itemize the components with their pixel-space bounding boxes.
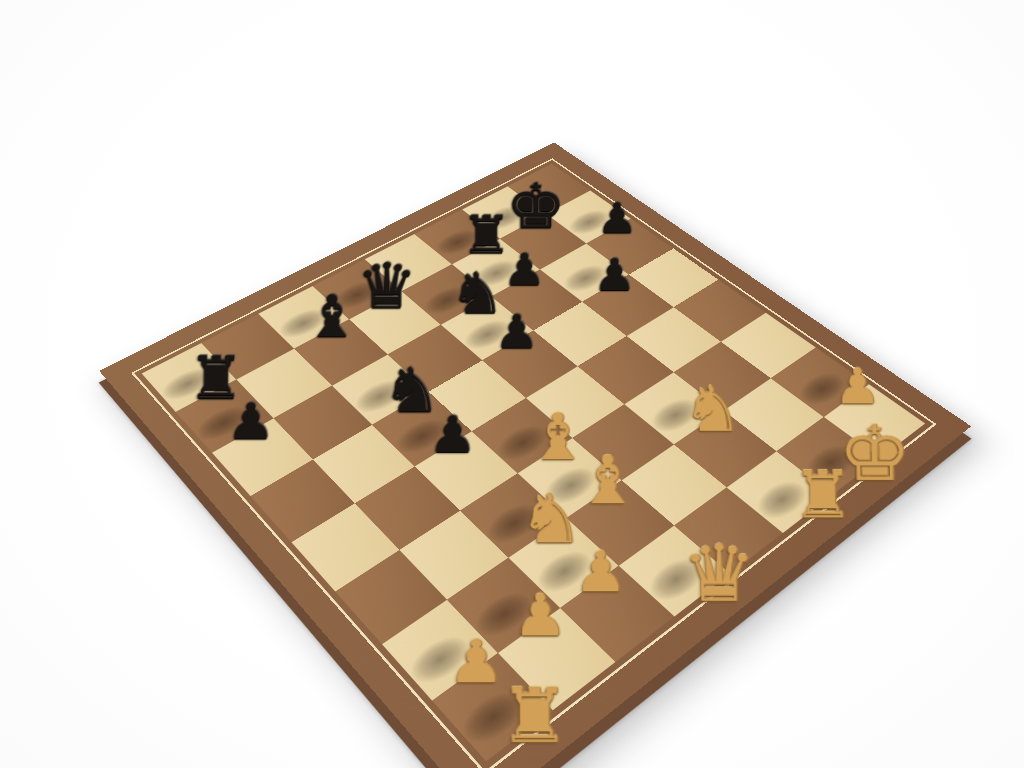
board-frame: ♜♝♛♜♚♟♞♟♟♞♟♟♟♝♞♝♞♟♟♟♟♜♛♜♚ [99,142,971,768]
piece-black-knight-c6[interactable]: ♞ [332,355,429,425]
rook-glyph: ♜ [792,463,854,528]
bishop-glyph: ♝ [576,447,639,513]
square-a8[interactable]: ♜ [142,343,237,412]
board-grid: ♜♝♛♜♚♟♞♟♟♞♟♟♟♝♞♝♞♟♟♟♟♜♛♜♚ [142,164,925,762]
photo-canvas: ♜♝♛♜♚♟♞♟♟♞♟♟♟♝♞♝♞♟♟♟♟♜♛♜♚ [0,0,1024,768]
pawn-glyph: ♟ [574,544,627,600]
pawn-glyph: ♟ [597,197,638,239]
bishop-glyph: ♝ [304,287,360,345]
pawn-glyph: ♟ [448,632,504,691]
pawn-glyph: ♟ [593,252,636,296]
king-glyph: ♚ [506,176,566,238]
queen-glyph: ♛ [357,255,417,318]
pawn-glyph: ♟ [429,409,477,459]
square-a2[interactable]: ♟ [382,600,498,701]
pawn-glyph: ♟ [495,308,540,354]
pawn-glyph: ♟ [834,362,881,411]
piece-white-pawn-a2[interactable]: ♟ [382,600,498,701]
chessboard-scene: ♜♝♛♜♚♟♞♟♟♞♟♟♟♝♞♝♞♟♟♟♟♜♛♜♚ [0,0,1024,768]
square-f3[interactable]: ♞ [624,372,723,444]
pawn-glyph: ♟ [513,586,568,644]
chess-board-3d: ♜♝♛♜♚♟♞♟♟♞♟♟♟♝♞♝♞♟♟♟♟♜♛♜♚ [99,142,971,768]
pawn-glyph: ♟ [503,247,545,291]
knight-glyph: ♞ [682,378,742,441]
queen-glyph: ♛ [682,535,757,613]
pawn-glyph: ♟ [227,396,275,446]
square-c6[interactable]: ♞ [332,355,429,425]
piece-black-rook-a8[interactable]: ♜ [142,343,237,412]
rook-glyph: ♜ [499,679,570,754]
piece-white-knight-f3[interactable]: ♞ [624,372,723,444]
